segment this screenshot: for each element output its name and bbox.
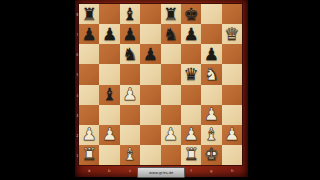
square-d6[interactable]: ♟ xyxy=(140,44,160,64)
square-d5[interactable] xyxy=(140,64,160,84)
square-c6[interactable]: ♞ xyxy=(120,44,140,64)
square-c5[interactable] xyxy=(120,64,140,84)
square-g6[interactable]: ♟ xyxy=(201,44,221,64)
square-f6[interactable] xyxy=(181,44,201,64)
square-h1[interactable] xyxy=(222,145,242,165)
square-f2[interactable]: ♟ xyxy=(181,125,201,145)
square-h8[interactable] xyxy=(222,4,242,24)
square-c3[interactable] xyxy=(120,105,140,125)
black-pawn-c7[interactable]: ♟ xyxy=(122,25,137,42)
black-pawn-b7[interactable]: ♟ xyxy=(102,25,117,42)
file-label-g: g xyxy=(205,167,218,174)
square-h3[interactable] xyxy=(222,105,242,125)
white-pawn-a2[interactable]: ♟ xyxy=(82,126,97,143)
black-queen-f5[interactable]: ♛ xyxy=(183,65,198,82)
white-pawn-g3[interactable]: ♟ xyxy=(204,106,219,123)
black-king-f8[interactable]: ♚ xyxy=(183,5,198,22)
square-g5[interactable]: ♞ xyxy=(201,64,221,84)
square-g3[interactable]: ♟ xyxy=(201,105,221,125)
square-a8[interactable]: ♜ xyxy=(79,4,99,24)
square-c1[interactable]: ♝ xyxy=(120,145,140,165)
square-a6[interactable] xyxy=(79,44,99,64)
white-queen-h7[interactable]: ♛ xyxy=(224,25,239,42)
square-d1[interactable] xyxy=(140,145,160,165)
square-e3[interactable] xyxy=(161,105,181,125)
white-rook-f1[interactable]: ♜ xyxy=(183,146,198,163)
square-d8[interactable] xyxy=(140,4,160,24)
square-e8[interactable]: ♜ xyxy=(161,4,181,24)
square-g8[interactable] xyxy=(201,4,221,24)
square-g4[interactable] xyxy=(201,85,221,105)
watermark-text: www.gries.de xyxy=(149,170,173,174)
white-bishop-c1[interactable]: ♝ xyxy=(122,146,137,163)
square-e5[interactable] xyxy=(161,64,181,84)
black-knight-e7[interactable]: ♞ xyxy=(163,25,178,42)
square-a4[interactable] xyxy=(79,85,99,105)
file-label-b: b xyxy=(103,167,116,174)
file-label-a: a xyxy=(83,167,96,174)
black-pawn-a7[interactable]: ♟ xyxy=(82,25,97,42)
square-b1[interactable] xyxy=(99,145,119,165)
black-pawn-d6[interactable]: ♟ xyxy=(143,45,158,62)
square-e7[interactable]: ♞ xyxy=(161,24,181,44)
square-c4[interactable]: ♟ xyxy=(120,85,140,105)
square-b5[interactable] xyxy=(99,64,119,84)
square-e6[interactable] xyxy=(161,44,181,64)
white-rook-a1[interactable]: ♜ xyxy=(82,146,97,163)
square-g7[interactable] xyxy=(201,24,221,44)
square-h2[interactable]: ♟ xyxy=(222,125,242,145)
square-h6[interactable] xyxy=(222,44,242,64)
square-c7[interactable]: ♟ xyxy=(120,24,140,44)
square-a2[interactable]: ♟ xyxy=(79,125,99,145)
square-f4[interactable] xyxy=(181,85,201,105)
black-rook-e8[interactable]: ♜ xyxy=(163,5,178,22)
square-b3[interactable] xyxy=(99,105,119,125)
black-rook-a8[interactable]: ♜ xyxy=(82,5,97,22)
white-pawn-b2[interactable]: ♟ xyxy=(102,126,117,143)
square-a3[interactable] xyxy=(79,105,99,125)
white-pawn-f2[interactable]: ♟ xyxy=(183,126,198,143)
square-e2[interactable]: ♟ xyxy=(161,125,181,145)
square-h5[interactable] xyxy=(222,64,242,84)
white-pawn-e2[interactable]: ♟ xyxy=(163,126,178,143)
square-d2[interactable] xyxy=(140,125,160,145)
white-king-g1[interactable]: ♚ xyxy=(204,146,219,163)
white-pawn-h2[interactable]: ♟ xyxy=(224,126,239,143)
square-e4[interactable] xyxy=(161,85,181,105)
white-bishop-g2[interactable]: ♝ xyxy=(204,126,219,143)
square-f7[interactable]: ♟ xyxy=(181,24,201,44)
square-f3[interactable] xyxy=(181,105,201,125)
square-g1[interactable]: ♚ xyxy=(201,145,221,165)
file-label-h: h xyxy=(225,167,238,174)
square-f8[interactable]: ♚ xyxy=(181,4,201,24)
chess-board[interactable]: ♜♝♜♚♟♟♟♞♟♛♞♟♟♛♞♝♟♟♟♟♟♟♝♟♜♝♜♚ xyxy=(79,4,242,165)
square-d7[interactable] xyxy=(140,24,160,44)
square-d3[interactable] xyxy=(140,105,160,125)
black-pawn-f7[interactable]: ♟ xyxy=(183,25,198,42)
black-bishop-b4[interactable]: ♝ xyxy=(102,86,117,103)
square-f5[interactable]: ♛ xyxy=(181,64,201,84)
watermark: www.gries.de xyxy=(137,167,185,178)
square-b2[interactable]: ♟ xyxy=(99,125,119,145)
black-bishop-c8[interactable]: ♝ xyxy=(122,5,137,22)
square-h4[interactable] xyxy=(222,85,242,105)
white-pawn-c4[interactable]: ♟ xyxy=(122,86,137,103)
square-h7[interactable]: ♛ xyxy=(222,24,242,44)
square-a1[interactable]: ♜ xyxy=(79,145,99,165)
square-c8[interactable]: ♝ xyxy=(120,4,140,24)
file-label-c: c xyxy=(123,167,136,174)
square-b7[interactable]: ♟ xyxy=(99,24,119,44)
square-d4[interactable] xyxy=(140,85,160,105)
black-pawn-g6[interactable]: ♟ xyxy=(204,45,219,62)
square-c2[interactable] xyxy=(120,125,140,145)
file-label-f: f xyxy=(184,167,197,174)
square-f1[interactable]: ♜ xyxy=(181,145,201,165)
square-a7[interactable]: ♟ xyxy=(79,24,99,44)
black-knight-c6[interactable]: ♞ xyxy=(122,45,137,62)
square-b6[interactable] xyxy=(99,44,119,64)
square-g2[interactable]: ♝ xyxy=(201,125,221,145)
square-b4[interactable]: ♝ xyxy=(99,85,119,105)
square-a5[interactable] xyxy=(79,64,99,84)
video-frame: 87654321 abcdefgh ♜♝♜♚♟♟♟♞♟♛♞♟♟♛♞♝♟♟♟♟♟♟… xyxy=(0,0,320,180)
square-e1[interactable] xyxy=(161,145,181,165)
white-knight-g5[interactable]: ♞ xyxy=(204,65,219,82)
square-b8[interactable] xyxy=(99,4,119,24)
